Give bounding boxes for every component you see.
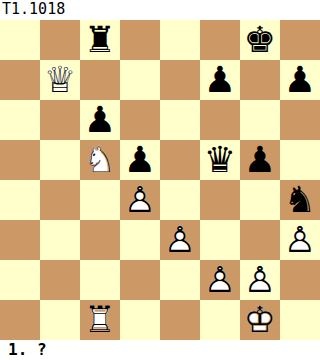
piece-black-pawn[interactable]: ♟ [200, 60, 240, 100]
piece-black-queen[interactable]: ♛ [200, 140, 240, 180]
square-d7[interactable] [120, 60, 160, 100]
square-c3[interactable] [80, 220, 120, 260]
piece-white-rook[interactable]: ♜♖ [80, 300, 120, 340]
piece-outline: ♙ [240, 260, 280, 300]
puzzle-title: T1.1018 [0, 0, 320, 20]
square-g1[interactable]: ♚♔ [240, 300, 280, 340]
square-e3[interactable]: ♟♙ [160, 220, 200, 260]
square-a7[interactable] [0, 60, 40, 100]
square-b4[interactable] [40, 180, 80, 220]
square-a3[interactable] [0, 220, 40, 260]
square-d3[interactable] [120, 220, 160, 260]
square-e2[interactable] [160, 260, 200, 300]
piece-glyph: ♟ [240, 140, 280, 180]
piece-outline: ♙ [120, 180, 160, 220]
square-h4[interactable]: ♞ [280, 180, 320, 220]
square-a1[interactable] [0, 300, 40, 340]
square-a2[interactable] [0, 260, 40, 300]
chess-board: ♜♚♛♕♟♟♟♞♘♟♛♟♟♙♞♟♙♟♙♟♙♟♙♜♖♚♔ [0, 20, 320, 340]
square-b8[interactable] [40, 20, 80, 60]
square-c5[interactable]: ♞♘ [80, 140, 120, 180]
square-h5[interactable] [280, 140, 320, 180]
square-e8[interactable] [160, 20, 200, 60]
square-b3[interactable] [40, 220, 80, 260]
piece-white-pawn[interactable]: ♟♙ [120, 180, 160, 220]
square-c1[interactable]: ♜♖ [80, 300, 120, 340]
piece-white-pawn[interactable]: ♟♙ [240, 260, 280, 300]
piece-glyph: ♟ [120, 140, 160, 180]
square-h6[interactable] [280, 100, 320, 140]
puzzle-page: T1.1018 ♜♚♛♕♟♟♟♞♘♟♛♟♟♙♞♟♙♟♙♟♙♟♙♜♖♚♔ 1. ? [0, 0, 320, 360]
piece-outline: ♙ [160, 220, 200, 260]
move-prompt: 1. ? [0, 340, 320, 360]
square-f3[interactable] [200, 220, 240, 260]
square-e4[interactable] [160, 180, 200, 220]
piece-glyph: ♟ [280, 60, 320, 100]
square-g3[interactable] [240, 220, 280, 260]
piece-outline: ♕ [40, 60, 80, 100]
square-g7[interactable] [240, 60, 280, 100]
piece-outline: ♖ [80, 300, 120, 340]
piece-outline: ♔ [240, 300, 280, 340]
square-h2[interactable] [280, 260, 320, 300]
piece-glyph: ♟ [80, 100, 120, 140]
piece-white-queen[interactable]: ♛♕ [40, 60, 80, 100]
square-b6[interactable] [40, 100, 80, 140]
piece-glyph: ♛ [200, 140, 240, 180]
piece-black-king[interactable]: ♚ [240, 20, 280, 60]
piece-black-pawn[interactable]: ♟ [240, 140, 280, 180]
piece-glyph: ♚ [240, 20, 280, 60]
piece-black-rook[interactable]: ♜ [80, 20, 120, 60]
piece-white-knight[interactable]: ♞♘ [80, 140, 120, 180]
square-f7[interactable]: ♟ [200, 60, 240, 100]
square-c7[interactable] [80, 60, 120, 100]
square-f6[interactable] [200, 100, 240, 140]
square-f8[interactable] [200, 20, 240, 60]
piece-glyph: ♜ [80, 20, 120, 60]
square-e1[interactable] [160, 300, 200, 340]
square-h3[interactable]: ♟♙ [280, 220, 320, 260]
square-h7[interactable]: ♟ [280, 60, 320, 100]
square-c6[interactable]: ♟ [80, 100, 120, 140]
square-e7[interactable] [160, 60, 200, 100]
piece-black-knight[interactable]: ♞ [280, 180, 320, 220]
square-c4[interactable] [80, 180, 120, 220]
square-e6[interactable] [160, 100, 200, 140]
square-d5[interactable]: ♟ [120, 140, 160, 180]
piece-outline: ♙ [280, 220, 320, 260]
piece-white-pawn[interactable]: ♟♙ [280, 220, 320, 260]
square-b1[interactable] [40, 300, 80, 340]
piece-black-pawn[interactable]: ♟ [280, 60, 320, 100]
square-g6[interactable] [240, 100, 280, 140]
piece-outline: ♘ [80, 140, 120, 180]
piece-black-pawn[interactable]: ♟ [80, 100, 120, 140]
square-e5[interactable] [160, 140, 200, 180]
square-a5[interactable] [0, 140, 40, 180]
square-d8[interactable] [120, 20, 160, 60]
square-d2[interactable] [120, 260, 160, 300]
piece-white-pawn[interactable]: ♟♙ [160, 220, 200, 260]
square-f2[interactable]: ♟♙ [200, 260, 240, 300]
square-b5[interactable] [40, 140, 80, 180]
square-g8[interactable]: ♚ [240, 20, 280, 60]
square-a6[interactable] [0, 100, 40, 140]
square-f4[interactable] [200, 180, 240, 220]
piece-outline: ♙ [200, 260, 240, 300]
square-h8[interactable] [280, 20, 320, 60]
square-b2[interactable] [40, 260, 80, 300]
piece-black-pawn[interactable]: ♟ [120, 140, 160, 180]
square-g2[interactable]: ♟♙ [240, 260, 280, 300]
piece-glyph: ♞ [280, 180, 320, 220]
square-f1[interactable] [200, 300, 240, 340]
square-a4[interactable] [0, 180, 40, 220]
square-g4[interactable] [240, 180, 280, 220]
square-c2[interactable] [80, 260, 120, 300]
square-g5[interactable]: ♟ [240, 140, 280, 180]
piece-white-pawn[interactable]: ♟♙ [200, 260, 240, 300]
piece-glyph: ♟ [200, 60, 240, 100]
square-d4[interactable]: ♟♙ [120, 180, 160, 220]
square-f5[interactable]: ♛ [200, 140, 240, 180]
piece-white-king[interactable]: ♚♔ [240, 300, 280, 340]
square-h1[interactable] [280, 300, 320, 340]
square-d6[interactable] [120, 100, 160, 140]
square-d1[interactable] [120, 300, 160, 340]
square-c8[interactable]: ♜ [80, 20, 120, 60]
square-b7[interactable]: ♛♕ [40, 60, 80, 100]
square-a8[interactable] [0, 20, 40, 60]
